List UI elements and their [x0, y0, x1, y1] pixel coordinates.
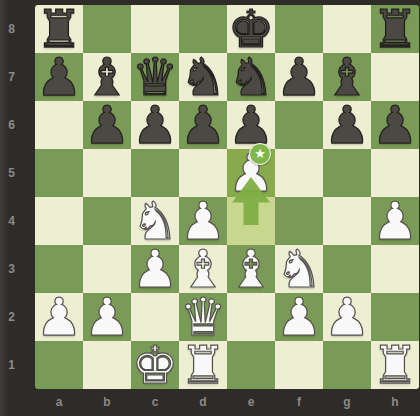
black-knight-d7[interactable]: ♞	[179, 53, 227, 101]
black-pawn-g6[interactable]: ♟	[323, 101, 371, 149]
file-label-e: e	[227, 389, 275, 416]
square-h6[interactable]: ♟	[371, 101, 419, 149]
square-c3[interactable]: ♟	[131, 245, 179, 293]
white-pawn-a2[interactable]: ♟	[35, 293, 83, 341]
square-c5[interactable]	[131, 149, 179, 197]
square-h7[interactable]	[371, 53, 419, 101]
square-f5[interactable]	[275, 149, 323, 197]
black-rook-h8[interactable]: ♜	[371, 5, 419, 53]
square-e1[interactable]	[227, 341, 275, 389]
chess-board-panel: 87654321 ♜♚♜♟♝♛♞♞♟♝♟♟♟♟♟♟♟♞♟♟♟♝♝♞♟♟♛♟♟♚♜…	[0, 0, 420, 416]
square-b6[interactable]: ♟	[83, 101, 131, 149]
square-b8[interactable]	[83, 5, 131, 53]
square-g3[interactable]	[323, 245, 371, 293]
rank-label-7: 7	[0, 53, 23, 101]
square-g5[interactable]	[323, 149, 371, 197]
square-e7[interactable]: ♞	[227, 53, 275, 101]
square-c7[interactable]: ♛	[131, 53, 179, 101]
black-queen-c7[interactable]: ♛	[131, 53, 179, 101]
square-e2[interactable]	[227, 293, 275, 341]
white-rook-d1[interactable]: ♜	[179, 341, 227, 389]
square-d6[interactable]: ♟	[179, 101, 227, 149]
square-c1[interactable]: ♚	[131, 341, 179, 389]
white-rook-h1[interactable]: ♜	[371, 341, 419, 389]
square-d2[interactable]: ♛	[179, 293, 227, 341]
black-bishop-g7[interactable]: ♝	[323, 53, 371, 101]
white-bishop-e3[interactable]: ♝	[227, 245, 275, 293]
square-d1[interactable]: ♜	[179, 341, 227, 389]
white-pawn-f2[interactable]: ♟	[275, 293, 323, 341]
white-queen-d2[interactable]: ♛	[179, 293, 227, 341]
black-pawn-c6[interactable]: ♟	[131, 101, 179, 149]
square-h3[interactable]	[371, 245, 419, 293]
square-d4[interactable]: ♟	[179, 197, 227, 245]
square-h2[interactable]	[371, 293, 419, 341]
file-label-g: g	[323, 389, 371, 416]
square-e8[interactable]: ♚	[227, 5, 275, 53]
file-coordinates: abcdefgh	[35, 389, 419, 416]
white-knight-c4[interactable]: ♞	[131, 197, 179, 245]
white-pawn-d4[interactable]: ♟	[179, 197, 227, 245]
rank-label-2: 2	[0, 293, 23, 341]
black-pawn-f7[interactable]: ♟	[275, 53, 323, 101]
chess-board[interactable]: ♜♚♜♟♝♛♞♞♟♝♟♟♟♟♟♟♟♞♟♟♟♝♝♞♟♟♛♟♟♚♜♜ ★	[35, 5, 419, 389]
best-move-badge: ★	[249, 143, 271, 165]
square-f3[interactable]: ♞	[275, 245, 323, 293]
square-a6[interactable]	[35, 101, 83, 149]
black-pawn-e6[interactable]: ♟	[227, 101, 275, 149]
file-label-f: f	[275, 389, 323, 416]
square-f6[interactable]	[275, 101, 323, 149]
white-pawn-h4[interactable]: ♟	[371, 197, 419, 245]
square-f4[interactable]	[275, 197, 323, 245]
square-f1[interactable]	[275, 341, 323, 389]
square-d8[interactable]	[179, 5, 227, 53]
square-b5[interactable]	[83, 149, 131, 197]
rank-label-1: 1	[0, 341, 23, 389]
square-h1[interactable]: ♜	[371, 341, 419, 389]
white-pawn-c3[interactable]: ♟	[131, 245, 179, 293]
square-a7[interactable]: ♟	[35, 53, 83, 101]
square-e3[interactable]: ♝	[227, 245, 275, 293]
square-h8[interactable]: ♜	[371, 5, 419, 53]
file-label-c: c	[131, 389, 179, 416]
square-h4[interactable]: ♟	[371, 197, 419, 245]
square-a3[interactable]	[35, 245, 83, 293]
square-b4[interactable]	[83, 197, 131, 245]
square-d5[interactable]	[179, 149, 227, 197]
square-f7[interactable]: ♟	[275, 53, 323, 101]
black-king-e8[interactable]: ♚	[227, 5, 275, 53]
black-bishop-b7[interactable]: ♝	[83, 53, 131, 101]
square-g1[interactable]	[323, 341, 371, 389]
square-a1[interactable]	[35, 341, 83, 389]
square-g6[interactable]: ♟	[323, 101, 371, 149]
star-icon: ★	[254, 147, 266, 160]
square-b3[interactable]	[83, 245, 131, 293]
black-pawn-h6[interactable]: ♟	[371, 101, 419, 149]
square-a2[interactable]: ♟	[35, 293, 83, 341]
rank-label-6: 6	[0, 101, 23, 149]
rank-label-4: 4	[0, 197, 23, 245]
square-c6[interactable]: ♟	[131, 101, 179, 149]
board-grid: ♜♚♜♟♝♛♞♞♟♝♟♟♟♟♟♟♟♞♟♟♟♝♝♞♟♟♛♟♟♚♜♜	[35, 5, 419, 389]
black-pawn-d6[interactable]: ♟	[179, 101, 227, 149]
white-knight-f3[interactable]: ♞	[275, 245, 323, 293]
file-label-h: h	[371, 389, 419, 416]
square-e6[interactable]: ♟	[227, 101, 275, 149]
square-e4[interactable]	[227, 197, 275, 245]
rank-label-5: 5	[0, 149, 23, 197]
black-knight-e7[interactable]: ♞	[227, 53, 275, 101]
square-b1[interactable]	[83, 341, 131, 389]
white-pawn-b2[interactable]: ♟	[83, 293, 131, 341]
square-b7[interactable]: ♝	[83, 53, 131, 101]
white-king-c1[interactable]: ♚	[131, 341, 179, 389]
square-g2[interactable]: ♟	[323, 293, 371, 341]
square-f2[interactable]: ♟	[275, 293, 323, 341]
square-g7[interactable]: ♝	[323, 53, 371, 101]
white-bishop-d3[interactable]: ♝	[179, 245, 227, 293]
square-f8[interactable]	[275, 5, 323, 53]
square-c2[interactable]	[131, 293, 179, 341]
square-g8[interactable]	[323, 5, 371, 53]
rank-label-3: 3	[0, 245, 23, 293]
black-rook-a8[interactable]: ♜	[35, 5, 83, 53]
square-c4[interactable]: ♞	[131, 197, 179, 245]
rank-label-8: 8	[0, 5, 23, 53]
file-label-a: a	[35, 389, 83, 416]
file-label-b: b	[83, 389, 131, 416]
square-a5[interactable]	[35, 149, 83, 197]
square-a8[interactable]: ♜	[35, 5, 83, 53]
rank-coordinates: 87654321	[0, 5, 35, 389]
file-label-d: d	[179, 389, 227, 416]
white-pawn-g2[interactable]: ♟	[323, 293, 371, 341]
square-d3[interactable]: ♝	[179, 245, 227, 293]
square-h5[interactable]	[371, 149, 419, 197]
black-pawn-a7[interactable]: ♟	[35, 53, 83, 101]
black-pawn-b6[interactable]: ♟	[83, 101, 131, 149]
square-a4[interactable]	[35, 197, 83, 245]
square-d7[interactable]: ♞	[179, 53, 227, 101]
square-b2[interactable]: ♟	[83, 293, 131, 341]
square-c8[interactable]	[131, 5, 179, 53]
square-g4[interactable]	[323, 197, 371, 245]
